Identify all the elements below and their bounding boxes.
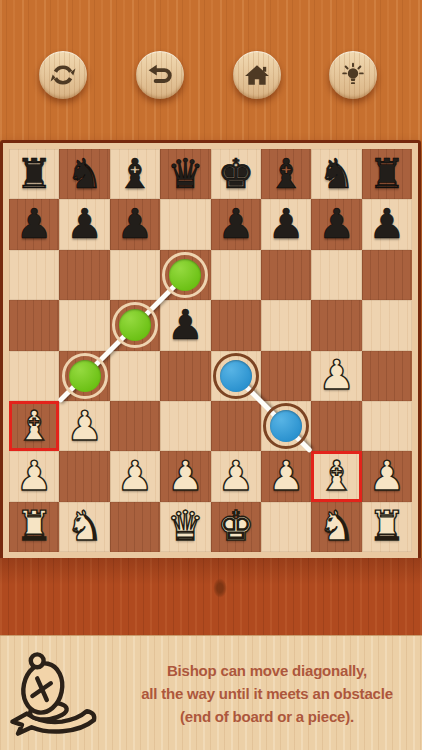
hint-button[interactable] <box>329 51 377 99</box>
black-pawn-c7[interactable]: ♟ <box>110 199 160 249</box>
square-f2[interactable]: ♟ <box>261 451 311 501</box>
square-e7[interactable]: ♟ <box>211 199 261 249</box>
square-g3[interactable] <box>311 401 361 451</box>
lightbulb-icon <box>340 62 366 88</box>
square-d5[interactable]: ♟ <box>160 300 210 350</box>
square-f7[interactable]: ♟ <box>261 199 311 249</box>
square-a6[interactable] <box>9 250 59 300</box>
square-d7[interactable] <box>160 199 210 249</box>
white-pawn-c2[interactable]: ♟ <box>110 451 160 501</box>
tip-line-1: Bishop can move diagonally, <box>118 659 416 682</box>
white-rook-a1[interactable]: ♜ <box>9 502 59 552</box>
white-pawn-e2[interactable]: ♟ <box>211 451 261 501</box>
green-move-dot-icon <box>169 259 201 291</box>
square-c6[interactable] <box>110 250 160 300</box>
square-h4[interactable] <box>362 351 412 401</box>
square-g6[interactable] <box>311 250 361 300</box>
board-grid: ♜♞♝♛♚♝♞♜♟♟♟♟♟♟♟♟♟♝♟♟♟♟♟♟♝♟♜♞♛♚♞♜ <box>9 149 412 552</box>
bishop-illustration-icon <box>6 642 114 750</box>
white-knight-b1[interactable]: ♞ <box>59 502 109 552</box>
square-c7[interactable]: ♟ <box>110 199 160 249</box>
square-d8[interactable]: ♛ <box>160 149 210 199</box>
square-f6[interactable] <box>261 250 311 300</box>
square-d4[interactable] <box>160 351 210 401</box>
square-h8[interactable]: ♜ <box>362 149 412 199</box>
white-pawn-h2[interactable]: ♟ <box>362 451 412 501</box>
black-pawn-f7[interactable]: ♟ <box>261 199 311 249</box>
tip-line-3: (end of board or a piece). <box>118 705 416 728</box>
square-f8[interactable]: ♝ <box>261 149 311 199</box>
square-g5[interactable] <box>311 300 361 350</box>
square-a8[interactable]: ♜ <box>9 149 59 199</box>
square-a5[interactable] <box>9 300 59 350</box>
square-d1[interactable]: ♛ <box>160 502 210 552</box>
square-h2[interactable]: ♟ <box>362 451 412 501</box>
square-d3[interactable] <box>160 401 210 451</box>
square-a4[interactable] <box>9 351 59 401</box>
white-pawn-f2[interactable]: ♟ <box>261 451 311 501</box>
square-b8[interactable]: ♞ <box>59 149 109 199</box>
white-king-e1[interactable]: ♚ <box>211 502 261 552</box>
black-king-e8[interactable]: ♚ <box>211 149 261 199</box>
white-rook-h1[interactable]: ♜ <box>362 502 412 552</box>
square-f1[interactable] <box>261 502 311 552</box>
square-e1[interactable]: ♚ <box>211 502 261 552</box>
square-c2[interactable]: ♟ <box>110 451 160 501</box>
square-c4[interactable] <box>110 351 160 401</box>
square-b5[interactable] <box>59 300 109 350</box>
square-c8[interactable]: ♝ <box>110 149 160 199</box>
black-rook-h8[interactable]: ♜ <box>362 149 412 199</box>
green-move-dot-icon <box>119 309 151 341</box>
square-h7[interactable]: ♟ <box>362 199 412 249</box>
home-icon <box>244 62 270 88</box>
square-h6[interactable] <box>362 250 412 300</box>
undo-arrow-icon <box>147 62 173 88</box>
square-d2[interactable]: ♟ <box>160 451 210 501</box>
tip-text: Bishop can move diagonally, all the way … <box>118 636 416 750</box>
square-a3[interactable]: ♝ <box>9 401 59 451</box>
tip-line-2: all the way until it meets an obstacle <box>118 682 416 705</box>
square-h1[interactable]: ♜ <box>362 502 412 552</box>
white-queen-d1[interactable]: ♛ <box>160 502 210 552</box>
square-g1[interactable]: ♞ <box>311 502 361 552</box>
black-bishop-f8[interactable]: ♝ <box>261 149 311 199</box>
black-pawn-g7[interactable]: ♟ <box>311 199 361 249</box>
square-b1[interactable]: ♞ <box>59 502 109 552</box>
move-hint-b4[interactable] <box>62 353 108 399</box>
square-g4[interactable]: ♟ <box>311 351 361 401</box>
square-e6[interactable] <box>211 250 261 300</box>
square-g8[interactable]: ♞ <box>311 149 361 199</box>
square-e3[interactable] <box>211 401 261 451</box>
black-pawn-e7[interactable]: ♟ <box>211 199 261 249</box>
white-pawn-a2[interactable]: ♟ <box>9 451 59 501</box>
square-c3[interactable] <box>110 401 160 451</box>
black-pawn-b7[interactable]: ♟ <box>59 199 109 249</box>
white-pawn-b3[interactable]: ♟ <box>59 401 109 451</box>
restart-button[interactable] <box>39 51 87 99</box>
square-b2[interactable] <box>59 451 109 501</box>
square-g2[interactable]: ♝ <box>311 451 361 501</box>
white-bishop-a3[interactable]: ♝ <box>9 401 59 451</box>
black-queen-d8[interactable]: ♛ <box>160 149 210 199</box>
app-screen: { "game": "chess", "screen": "bishop-mov… <box>0 0 422 750</box>
white-knight-g1[interactable]: ♞ <box>311 502 361 552</box>
black-knight-g8[interactable]: ♞ <box>311 149 361 199</box>
home-button[interactable] <box>233 51 281 99</box>
green-move-dot-icon <box>69 360 101 392</box>
square-h3[interactable] <box>362 401 412 451</box>
square-e2[interactable]: ♟ <box>211 451 261 501</box>
lower-wood-band <box>0 558 422 635</box>
black-pawn-h7[interactable]: ♟ <box>362 199 412 249</box>
undo-button[interactable] <box>136 51 184 99</box>
blue-move-dot-icon <box>270 410 302 442</box>
white-pawn-d2[interactable]: ♟ <box>160 451 210 501</box>
black-pawn-a7[interactable]: ♟ <box>9 199 59 249</box>
square-f5[interactable] <box>261 300 311 350</box>
move-hint-e4[interactable] <box>213 353 259 399</box>
tip-panel: Bishop can move diagonally, all the way … <box>0 635 422 750</box>
square-a7[interactable]: ♟ <box>9 199 59 249</box>
square-e8[interactable]: ♚ <box>211 149 261 199</box>
square-b7[interactable]: ♟ <box>59 199 109 249</box>
black-pawn-d5[interactable]: ♟ <box>160 300 210 350</box>
square-g7[interactable]: ♟ <box>311 199 361 249</box>
square-b6[interactable] <box>59 250 109 300</box>
square-f4[interactable] <box>261 351 311 401</box>
black-knight-b8[interactable]: ♞ <box>59 149 109 199</box>
square-c1[interactable] <box>110 502 160 552</box>
white-bishop-g2[interactable]: ♝ <box>311 451 361 501</box>
square-a2[interactable]: ♟ <box>9 451 59 501</box>
blue-move-dot-icon <box>220 360 252 392</box>
white-pawn-g4[interactable]: ♟ <box>311 351 361 401</box>
black-bishop-c8[interactable]: ♝ <box>110 149 160 199</box>
square-a1[interactable]: ♜ <box>9 502 59 552</box>
black-rook-a8[interactable]: ♜ <box>9 149 59 199</box>
square-e5[interactable] <box>211 300 261 350</box>
square-h5[interactable] <box>362 300 412 350</box>
square-b3[interactable]: ♟ <box>59 401 109 451</box>
chess-board: ♜♞♝♛♚♝♞♜♟♟♟♟♟♟♟♟♟♝♟♟♟♟♟♟♝♟♜♞♛♚♞♜ <box>0 140 421 561</box>
refresh-icon <box>50 62 76 88</box>
